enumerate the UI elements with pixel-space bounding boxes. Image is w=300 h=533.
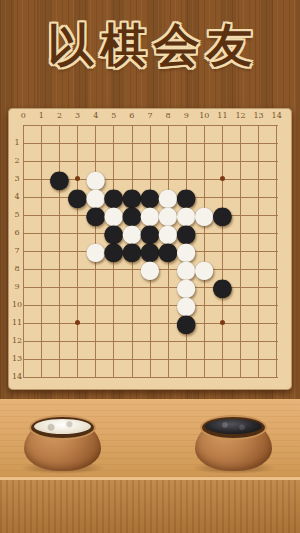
stone-black: ● [210,275,234,299]
column-label: 14 [269,111,285,121]
row-label: 14 [8,372,26,382]
column-label: 6 [124,111,140,121]
row-label: 8 [8,264,26,274]
column-label: 12 [233,111,249,121]
stone-black: ● [174,311,198,335]
row-label: 6 [8,228,26,238]
column-label: 5 [106,111,122,121]
row-label: 11 [8,318,26,328]
stone-black: ● [210,203,234,227]
row-label: 1 [8,138,26,148]
column-label: 3 [70,111,86,121]
row-label: 12 [8,336,26,346]
column-label: 7 [142,111,158,121]
column-label: 13 [251,111,267,121]
black-stones-heap [205,419,262,434]
column-label: 8 [160,111,176,121]
column-label: 10 [196,111,212,121]
table-front [0,480,300,533]
row-label: 3 [8,174,26,184]
stone-white: ● [138,257,162,281]
row-label: 2 [8,156,26,166]
column-label: 0 [15,111,31,121]
row-label: 10 [8,300,26,310]
column-label: 1 [33,111,49,121]
black-bowl-opening [200,415,267,440]
row-label: 5 [8,210,26,220]
column-label: 2 [52,111,68,121]
row-label: 9 [8,282,26,292]
row-label: 7 [8,246,26,256]
white-stones-bowl [24,418,101,471]
column-label: 11 [214,111,230,121]
row-label: 4 [8,192,26,202]
column-label: 4 [88,111,104,121]
white-stones-heap [34,419,91,434]
black-stones-bowl [195,418,272,471]
app-title: 以棋会友 [0,14,300,76]
column-label: 9 [178,111,194,121]
white-bowl-opening [29,415,96,440]
app-screen: 以棋会友 01234567891011121314 12345678910111… [0,0,300,533]
gomoku-board[interactable]: 01234567891011121314 1234567891011121314… [8,108,292,390]
row-label: 13 [8,354,26,364]
